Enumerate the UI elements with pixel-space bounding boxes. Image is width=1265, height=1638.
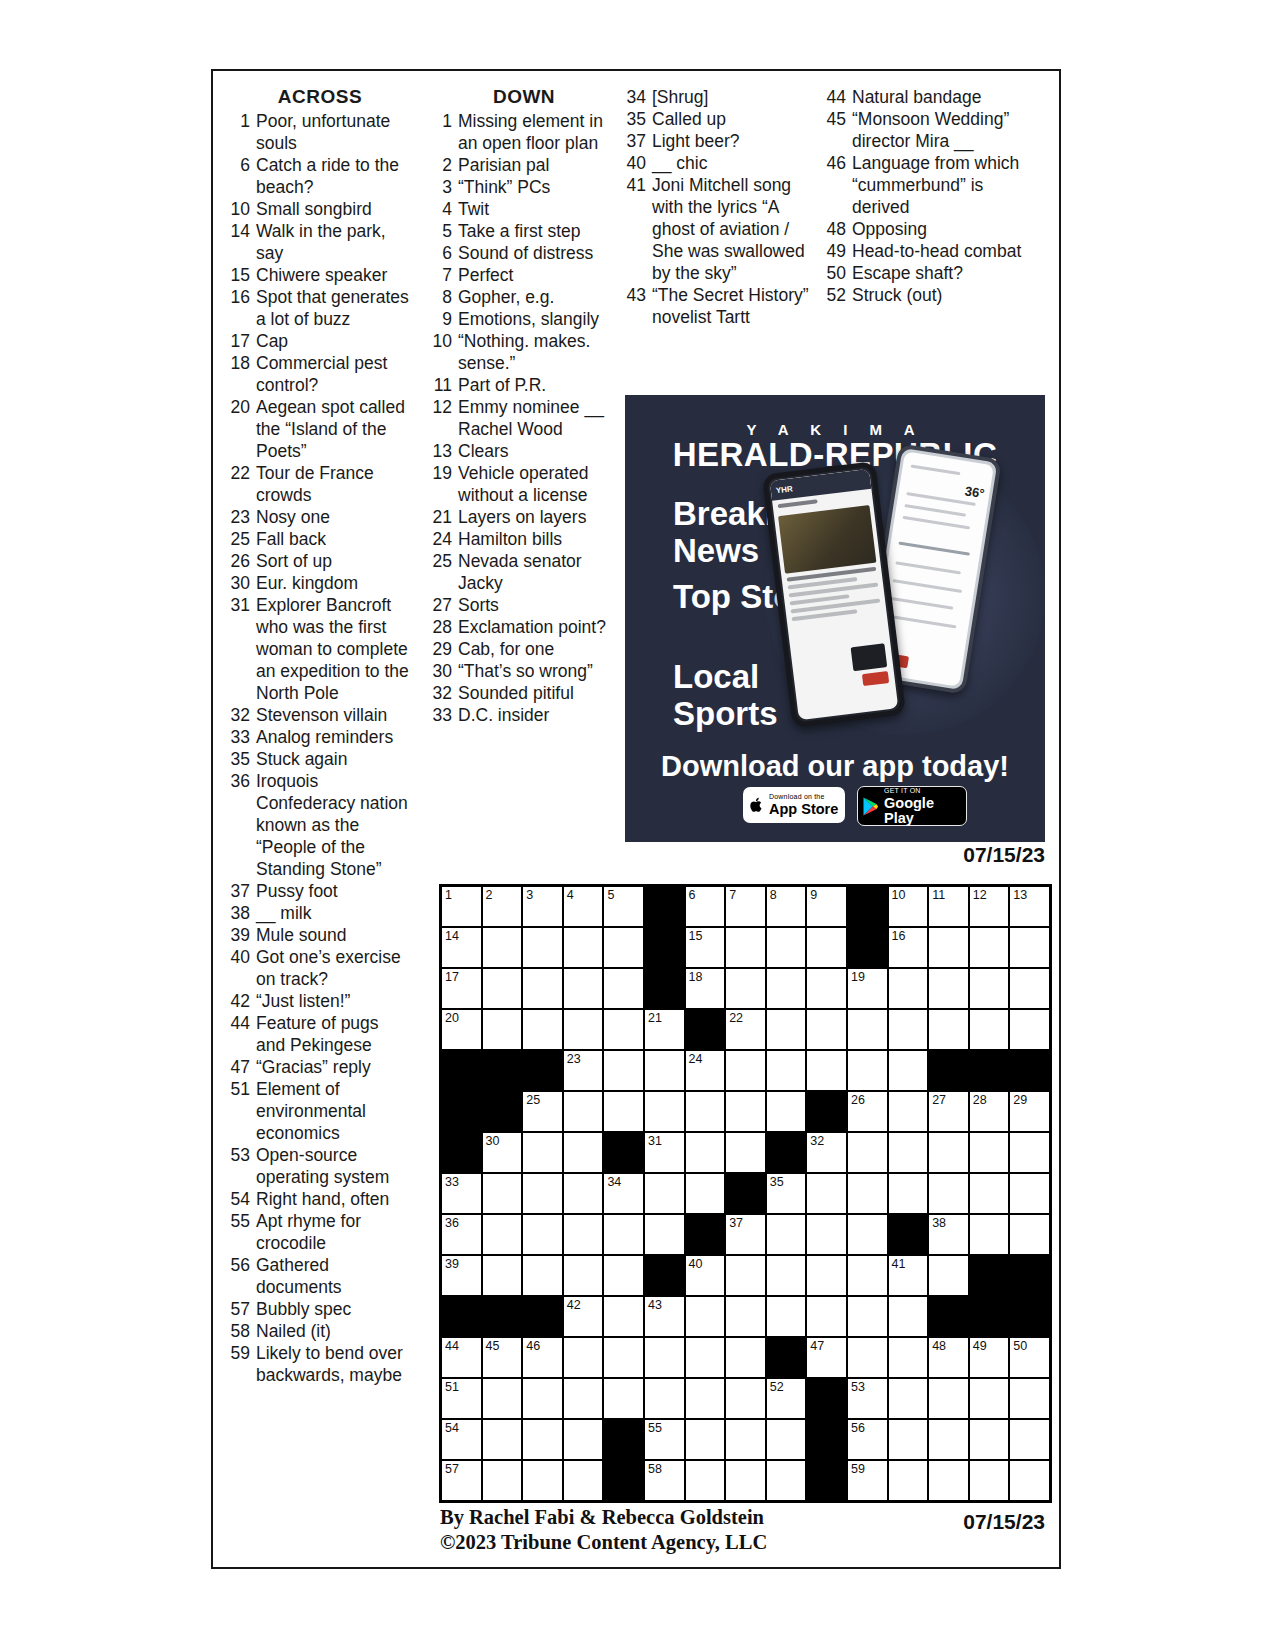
grid-cell[interactable]: 21	[645, 1010, 684, 1049]
grid-cell[interactable]	[523, 1010, 562, 1049]
grid-cell[interactable]: 56	[848, 1420, 887, 1459]
grid-cell[interactable]	[1010, 1133, 1049, 1172]
grid-cell[interactable]	[970, 1133, 1009, 1172]
grid-cell[interactable]	[929, 1174, 968, 1213]
grid-cell[interactable]	[604, 1010, 643, 1049]
grid-cell[interactable]	[604, 1215, 643, 1254]
grid-cell[interactable]: 23	[564, 1051, 603, 1090]
grid-cell[interactable]	[848, 1297, 887, 1336]
clue-text: __ chic	[652, 152, 816, 174]
grid-cell[interactable]: 7	[726, 887, 765, 926]
clue-item: 35Called up	[620, 108, 816, 130]
grid-cell[interactable]	[523, 928, 562, 967]
grid-cell[interactable]: 5	[604, 887, 643, 926]
grid-cell[interactable]: 59	[848, 1461, 887, 1500]
grid-cell[interactable]	[564, 1133, 603, 1172]
grid-cell[interactable]: 51	[442, 1379, 481, 1418]
clue-number: 40	[224, 946, 250, 990]
grid-cell[interactable]	[564, 1256, 603, 1295]
grid-cell[interactable]	[889, 1461, 928, 1500]
cell-number: 37	[729, 1216, 743, 1230]
grid-cell[interactable]: 43	[645, 1297, 684, 1336]
clue-number: 9	[426, 308, 452, 330]
grid-cell[interactable]: 28	[970, 1092, 1009, 1131]
clue-item: 25Nevada senator Jacky	[426, 550, 622, 594]
grid-cell[interactable]	[767, 1215, 806, 1254]
grid-cell[interactable]: 1	[442, 887, 481, 926]
clue-item: 42“Just listen!”	[224, 990, 416, 1012]
grid-cell[interactable]	[686, 1379, 725, 1418]
grid-cell[interactable]	[1010, 969, 1049, 1008]
grid-cell[interactable]: 57	[442, 1461, 481, 1500]
grid-cell[interactable]	[970, 1420, 1009, 1459]
clue-number: 51	[224, 1078, 250, 1144]
grid-cell[interactable]: 39	[442, 1256, 481, 1295]
grid-cell[interactable]	[604, 969, 643, 1008]
grid-cell-black	[442, 1133, 481, 1172]
clue-number: 6	[224, 154, 250, 198]
grid-cell[interactable]	[970, 1461, 1009, 1500]
grid-cell[interactable]	[726, 1461, 765, 1500]
clue-item: 11Part of P.R.	[426, 374, 622, 396]
cell-number: 2	[486, 888, 493, 902]
grid-cell[interactable]	[807, 1215, 846, 1254]
grid-cell[interactable]: 2	[483, 887, 522, 926]
clue-number: 39	[224, 924, 250, 946]
clue-text: Tour de France crowds	[256, 462, 412, 506]
across-clue-list: 1Poor, unfortunate souls6Catch a ride to…	[224, 110, 416, 1386]
grid-cell[interactable]	[604, 1051, 643, 1090]
grid-cell[interactable]	[929, 1420, 968, 1459]
clue-number: 25	[224, 528, 250, 550]
grid-cell[interactable]	[807, 1010, 846, 1049]
app-store-badge[interactable]: Download on the App Store	[743, 787, 845, 823]
grid-cell[interactable]: 14	[442, 928, 481, 967]
grid-cell[interactable]	[889, 1338, 928, 1377]
google-play-badge[interactable]: GET IT ON Google Play	[857, 786, 967, 826]
grid-cell[interactable]	[645, 1379, 684, 1418]
grid-cell[interactable]: 20	[442, 1010, 481, 1049]
grid-cell[interactable]	[848, 1010, 887, 1049]
cell-number: 44	[445, 1339, 459, 1353]
grid-cell[interactable]: 46	[523, 1338, 562, 1377]
grid-cell[interactable]	[726, 1338, 765, 1377]
grid-cell[interactable]	[807, 928, 846, 967]
grid-cell[interactable]: 26	[848, 1092, 887, 1131]
clue-number: 52	[820, 284, 846, 306]
grid-cell[interactable]	[523, 1461, 562, 1500]
cell-number: 6	[689, 888, 696, 902]
grid-cell[interactable]	[523, 1215, 562, 1254]
grid-cell-black	[767, 1338, 806, 1377]
grid-cell[interactable]	[483, 1461, 522, 1500]
grid-cell[interactable]	[564, 1379, 603, 1418]
clue-item: 14Walk in the park, say	[224, 220, 416, 264]
clue-text: Gathered documents	[256, 1254, 412, 1298]
clue-item: 39Mule sound	[224, 924, 416, 946]
grid-cell[interactable]	[807, 1174, 846, 1213]
clue-text: Sounded pitiful	[458, 682, 622, 704]
grid-cell[interactable]: 45	[483, 1338, 522, 1377]
grid-cell-black	[645, 887, 684, 926]
phone-news-photo	[778, 505, 876, 574]
clue-item: 9Emotions, slangily	[426, 308, 622, 330]
grid-cell[interactable]: 49	[970, 1338, 1009, 1377]
cell-number: 34	[607, 1175, 621, 1189]
grid-cell[interactable]	[483, 1379, 522, 1418]
grid-cell[interactable]	[929, 1379, 968, 1418]
grid-cell[interactable]	[564, 969, 603, 1008]
grid-cell[interactable]	[970, 969, 1009, 1008]
grid-cell[interactable]	[604, 1338, 643, 1377]
clue-number: 35	[620, 108, 646, 130]
grid-cell[interactable]	[1010, 1174, 1049, 1213]
clue-item: 34[Shrug]	[620, 86, 816, 108]
grid-cell[interactable]	[1010, 928, 1049, 967]
grid-cell[interactable]: 16	[889, 928, 928, 967]
grid-cell[interactable]: 27	[929, 1092, 968, 1131]
grid-cell-black	[483, 1051, 522, 1090]
grid-cell[interactable]: 17	[442, 969, 481, 1008]
grid-cell-black	[645, 969, 684, 1008]
apple-icon	[743, 795, 769, 815]
grid-cell[interactable]	[564, 1010, 603, 1049]
grid-cell[interactable]	[645, 1092, 684, 1131]
grid-cell-black	[483, 1297, 522, 1336]
clue-text: Emotions, slangily	[458, 308, 622, 330]
grid-cell[interactable]: 24	[686, 1051, 725, 1090]
google-play-icon	[858, 796, 884, 817]
cell-number: 1	[445, 888, 452, 902]
grid-cell[interactable]	[767, 1092, 806, 1131]
clue-number: 11	[426, 374, 452, 396]
grid-cell[interactable]	[483, 1010, 522, 1049]
google-play-badge-label: Google Play	[884, 796, 966, 825]
grid-cell-black	[807, 1379, 846, 1418]
grid-cell[interactable]: 22	[726, 1010, 765, 1049]
grid-cell[interactable]	[767, 928, 806, 967]
grid-cell[interactable]	[604, 1379, 643, 1418]
grid-cell[interactable]: 35	[767, 1174, 806, 1213]
grid-cell[interactable]: 8	[767, 887, 806, 926]
grid-cell[interactable]	[726, 1051, 765, 1090]
grid-cell[interactable]	[686, 1297, 725, 1336]
grid-cell[interactable]: 58	[645, 1461, 684, 1500]
grid-cell[interactable]	[929, 1461, 968, 1500]
grid-cell[interactable]: 4	[564, 887, 603, 926]
grid-cell[interactable]: 18	[686, 969, 725, 1008]
grid-cell[interactable]: 3	[523, 887, 562, 926]
grid-cell[interactable]	[645, 1174, 684, 1213]
grid-cell[interactable]	[807, 1297, 846, 1336]
grid-cell[interactable]	[889, 1133, 928, 1172]
grid-cell[interactable]: 40	[686, 1256, 725, 1295]
grid-cell[interactable]	[970, 1215, 1009, 1254]
grid-cell[interactable]	[767, 1051, 806, 1090]
grid-cell[interactable]: 41	[889, 1256, 928, 1295]
clue-number: 57	[224, 1298, 250, 1320]
grid-cell[interactable]: 10	[889, 887, 928, 926]
clue-item: 44Natural bandage	[820, 86, 1028, 108]
grid-cell[interactable]	[807, 969, 846, 1008]
clue-item: 59Likely to bend over backwards, maybe	[224, 1342, 416, 1386]
phone-story-card	[851, 643, 888, 671]
grid-cell[interactable]	[523, 1256, 562, 1295]
cell-number: 7	[729, 888, 736, 902]
clue-number: 12	[426, 396, 452, 440]
grid-cell[interactable]	[726, 1092, 765, 1131]
clue-number: 36	[224, 770, 250, 880]
grid-cell[interactable]	[889, 1379, 928, 1418]
cell-number: 54	[445, 1421, 459, 1435]
grid-cell[interactable]	[564, 928, 603, 967]
grid-cell[interactable]: 31	[645, 1133, 684, 1172]
grid-cell[interactable]: 55	[645, 1420, 684, 1459]
grid-cell-black	[848, 928, 887, 967]
grid-cell[interactable]	[970, 928, 1009, 967]
clue-item: 38__ milk	[224, 902, 416, 924]
crossword-page: ACROSS 1Poor, unfortunate souls6Catch a …	[0, 0, 1265, 1638]
grid-cell[interactable]	[726, 969, 765, 1008]
grid-cell[interactable]	[686, 1461, 725, 1500]
grid-cell[interactable]	[767, 1420, 806, 1459]
grid-cell[interactable]	[604, 1092, 643, 1131]
clue-text: Element of environmental economics	[256, 1078, 412, 1144]
clue-text: Head-to-head combat	[852, 240, 1028, 262]
grid-cell[interactable]: 44	[442, 1338, 481, 1377]
grid-cell[interactable]	[970, 1010, 1009, 1049]
grid-cell[interactable]	[604, 1297, 643, 1336]
clue-text: Part of P.R.	[458, 374, 622, 396]
grid-cell[interactable]: 42	[564, 1297, 603, 1336]
clue-number: 54	[224, 1188, 250, 1210]
grid-cell-black	[970, 1256, 1009, 1295]
grid-cell[interactable]	[483, 1174, 522, 1213]
grid-cell[interactable]	[929, 1010, 968, 1049]
grid-cell[interactable]	[686, 1133, 725, 1172]
grid-cell[interactable]: 50	[1010, 1338, 1049, 1377]
phone-app-label: YHR	[770, 469, 872, 501]
clue-item: 58Nailed (it)	[224, 1320, 416, 1342]
clue-item: 55Apt rhyme for crocodile	[224, 1210, 416, 1254]
grid-cell[interactable]: 15	[686, 928, 725, 967]
copyright: ©2023 Tribune Content Agency, LLC	[440, 1530, 767, 1555]
grid-cell[interactable]	[483, 1215, 522, 1254]
phone-temperature: 36°	[964, 483, 986, 501]
clue-text: Struck (out)	[852, 284, 1028, 306]
grid-cell-black	[929, 1051, 968, 1090]
grid-cell[interactable]	[726, 1420, 765, 1459]
cell-number: 58	[648, 1462, 662, 1476]
grid-cell[interactable]	[483, 1420, 522, 1459]
grid-cell[interactable]	[686, 1174, 725, 1213]
grid-cell[interactable]	[523, 1133, 562, 1172]
grid-cell[interactable]	[523, 1420, 562, 1459]
grid-cell[interactable]: 29	[1010, 1092, 1049, 1131]
grid-cell[interactable]	[970, 1379, 1009, 1418]
down-clue-list-3: 44Natural bandage45“Monsoon Wedding” dir…	[820, 86, 1028, 306]
grid-cell[interactable]	[807, 1051, 846, 1090]
grid-cell[interactable]	[523, 969, 562, 1008]
clue-item: 33Analog reminders	[224, 726, 416, 748]
grid-cell[interactable]	[564, 1174, 603, 1213]
grid-cell[interactable]	[645, 1338, 684, 1377]
grid-cell[interactable]: 11	[929, 887, 968, 926]
grid-cell[interactable]	[564, 1092, 603, 1131]
clue-number: 44	[820, 86, 846, 108]
clue-item: 46Language from which “cummerbund” is de…	[820, 152, 1028, 218]
grid-cell[interactable]	[1010, 1461, 1049, 1500]
grid-cell[interactable]: 32	[807, 1133, 846, 1172]
cell-number: 11	[932, 888, 945, 902]
grid-cell[interactable]	[483, 1256, 522, 1295]
clue-item: 45“Monsoon Wedding” director Mira __	[820, 108, 1028, 152]
grid-cell[interactable]	[767, 1010, 806, 1049]
clue-text: Cap	[256, 330, 412, 352]
clue-number: 1	[426, 110, 452, 154]
clue-text: Sorts	[458, 594, 622, 616]
grid-cell[interactable]	[564, 1215, 603, 1254]
clue-item: 27Sorts	[426, 594, 622, 616]
grid-cell[interactable]	[848, 1051, 887, 1090]
clue-text: Nosy one	[256, 506, 412, 528]
grid-cell[interactable]	[726, 1256, 765, 1295]
grid-cell[interactable]: 37	[726, 1215, 765, 1254]
grid-cell[interactable]	[889, 1420, 928, 1459]
cell-number: 35	[770, 1175, 784, 1189]
clue-item: 22Tour de France crowds	[224, 462, 416, 506]
grid-cell[interactable]: 33	[442, 1174, 481, 1213]
grid-cell[interactable]	[848, 1338, 887, 1377]
grid-cell[interactable]	[848, 1133, 887, 1172]
grid-cell[interactable]	[970, 1174, 1009, 1213]
grid-cell-black	[686, 1215, 725, 1254]
grid-cell[interactable]	[645, 1215, 684, 1254]
grid-cell[interactable]: 47	[807, 1338, 846, 1377]
grid-cell[interactable]	[686, 1092, 725, 1131]
grid-cell-black	[807, 1420, 846, 1459]
puzzle-date-top: 07/15/23	[845, 843, 1045, 867]
grid-cell[interactable]: 9	[807, 887, 846, 926]
grid-cell[interactable]: 54	[442, 1420, 481, 1459]
grid-cell[interactable]	[929, 1133, 968, 1172]
grid-cell-black	[970, 1051, 1009, 1090]
grid-cell[interactable]	[889, 1010, 928, 1049]
grid-cell-black	[970, 1297, 1009, 1336]
clue-item: 37Pussy foot	[224, 880, 416, 902]
grid-cell[interactable]	[1010, 1010, 1049, 1049]
cell-number: 5	[607, 888, 614, 902]
grid-cell[interactable]	[807, 1256, 846, 1295]
grid-cell[interactable]: 48	[929, 1338, 968, 1377]
grid-cell[interactable]: 34	[604, 1174, 643, 1213]
clue-number: 14	[224, 220, 250, 264]
grid-cell[interactable]	[726, 928, 765, 967]
grid-cell[interactable]	[767, 1297, 806, 1336]
grid-cell[interactable]	[483, 969, 522, 1008]
clue-item: 53Open-source operating system	[224, 1144, 416, 1188]
grid-cell[interactable]: 19	[848, 969, 887, 1008]
grid-cell[interactable]	[645, 1051, 684, 1090]
grid-cell[interactable]: 25	[523, 1092, 562, 1131]
grid-cell[interactable]	[726, 1133, 765, 1172]
clue-text: D.C. insider	[458, 704, 622, 726]
clue-text: “Think” PCs	[458, 176, 622, 198]
clue-text: Stuck again	[256, 748, 412, 770]
grid-cell[interactable]: 12	[970, 887, 1009, 926]
grid-cell[interactable]	[889, 1174, 928, 1213]
grid-cell[interactable]: 36	[442, 1215, 481, 1254]
grid-cell[interactable]	[767, 1461, 806, 1500]
clue-item: 13Clears	[426, 440, 622, 462]
clue-text: Stevenson villain	[256, 704, 412, 726]
grid-cell[interactable]	[889, 1297, 928, 1336]
grid-cell[interactable]	[686, 1338, 725, 1377]
grid-cell[interactable]	[726, 1379, 765, 1418]
grid-cell[interactable]	[848, 1256, 887, 1295]
grid-cell[interactable]: 53	[848, 1379, 887, 1418]
grid-cell[interactable]	[889, 1051, 928, 1090]
grid-cell[interactable]	[564, 1338, 603, 1377]
clue-number: 50	[820, 262, 846, 284]
clue-item: 31Explorer Bancroft who was the first wo…	[224, 594, 416, 704]
grid-cell[interactable]	[604, 928, 643, 967]
grid-cell[interactable]	[686, 1420, 725, 1459]
grid-cell[interactable]	[767, 969, 806, 1008]
clue-text: Iroquois Confederacy nation known as the…	[256, 770, 412, 880]
clue-text: Sort of up	[256, 550, 412, 572]
clue-text: Take a first step	[458, 220, 622, 242]
clue-text: Apt rhyme for crocodile	[256, 1210, 412, 1254]
grid-cell[interactable]	[889, 1092, 928, 1131]
grid-cell[interactable]	[726, 1297, 765, 1336]
clue-text: Catch a ride to the beach?	[256, 154, 412, 198]
clue-number: 30	[426, 660, 452, 682]
grid-cell[interactable]	[929, 969, 968, 1008]
grid-cell[interactable]	[564, 1461, 603, 1500]
grid-cell[interactable]: 52	[767, 1379, 806, 1418]
grid-cell[interactable]: 13	[1010, 887, 1049, 926]
grid-cell[interactable]	[523, 1379, 562, 1418]
grid-cell[interactable]	[483, 928, 522, 967]
grid-cell[interactable]	[929, 928, 968, 967]
grid-cell[interactable]	[1010, 1420, 1049, 1459]
clue-item: 50Escape shaft?	[820, 262, 1028, 284]
grid-cell-black	[483, 1092, 522, 1131]
grid-cell[interactable]	[523, 1174, 562, 1213]
grid-cell[interactable]	[564, 1420, 603, 1459]
grid-cell[interactable]	[848, 1215, 887, 1254]
clue-number: 24	[426, 528, 452, 550]
grid-cell-black	[442, 1297, 481, 1336]
grid-cell[interactable]	[604, 1256, 643, 1295]
clue-item: 37Light beer?	[620, 130, 816, 152]
across-clue-column: ACROSS 1Poor, unfortunate souls6Catch a …	[224, 86, 416, 1386]
grid-cell[interactable]: 6	[686, 887, 725, 926]
clue-text: __ milk	[256, 902, 412, 924]
clue-number: 38	[224, 902, 250, 924]
grid-cell[interactable]	[1010, 1379, 1049, 1418]
grid-cell[interactable]	[889, 969, 928, 1008]
clue-number: 8	[426, 286, 452, 308]
grid-cell[interactable]	[929, 1256, 968, 1295]
clue-text: [Shrug]	[652, 86, 816, 108]
grid-cell[interactable]	[848, 1174, 887, 1213]
grid-cell[interactable]	[767, 1256, 806, 1295]
grid-cell[interactable]: 38	[929, 1215, 968, 1254]
grid-cell[interactable]	[1010, 1215, 1049, 1254]
grid-cell[interactable]: 30	[483, 1133, 522, 1172]
